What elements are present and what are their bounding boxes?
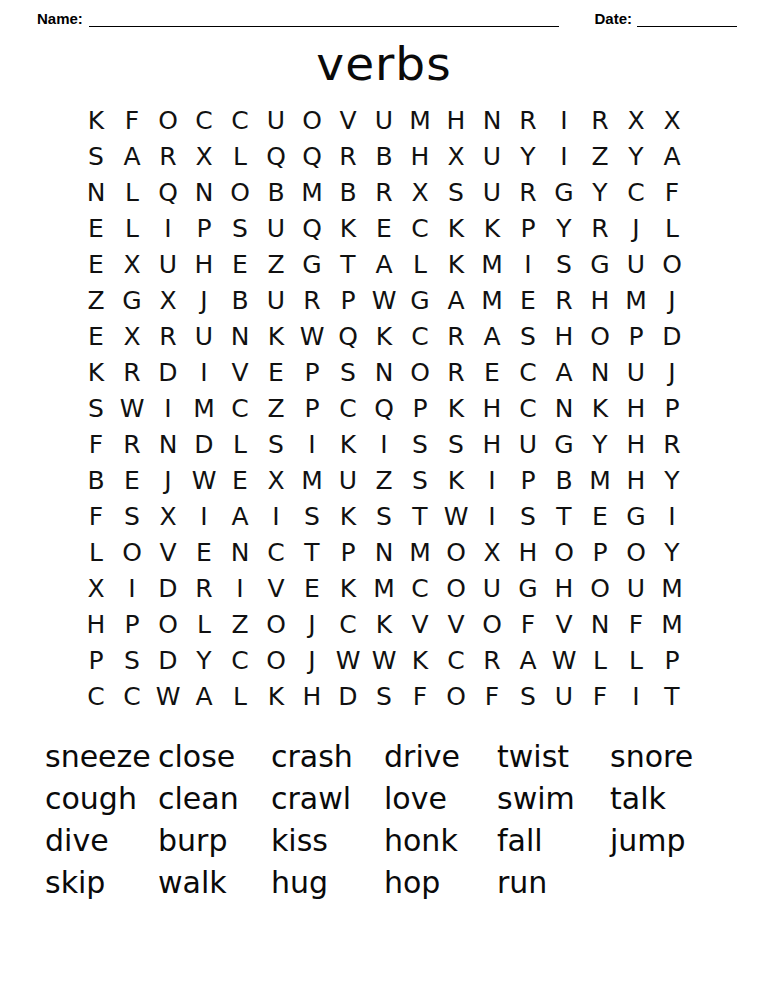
grid-cell-r1c13[interactable]: R bbox=[510, 103, 546, 139]
grid-cell-r15c7[interactable]: J bbox=[294, 607, 330, 643]
grid-cell-r5c1[interactable]: E bbox=[78, 247, 114, 283]
grid-cell-r11c9[interactable]: Z bbox=[366, 463, 402, 499]
grid-cell-r11c1[interactable]: B bbox=[78, 463, 114, 499]
word-item-kiss[interactable]: kiss bbox=[271, 820, 384, 862]
grid-cell-r3c11[interactable]: S bbox=[438, 175, 474, 211]
grid-cell-r3c9[interactable]: R bbox=[366, 175, 402, 211]
grid-cell-r12c4[interactable]: I bbox=[186, 499, 222, 535]
grid-cell-r17c2[interactable]: C bbox=[114, 679, 150, 715]
grid-cell-r15c10[interactable]: V bbox=[402, 607, 438, 643]
grid-cell-r10c11[interactable]: S bbox=[438, 427, 474, 463]
word-item-skip[interactable]: skip bbox=[45, 862, 158, 904]
grid-cell-r8c6[interactable]: E bbox=[258, 355, 294, 391]
grid-cell-r9c4[interactable]: M bbox=[186, 391, 222, 427]
grid-cell-r13c5[interactable]: N bbox=[222, 535, 258, 571]
grid-cell-r6c6[interactable]: U bbox=[258, 283, 294, 319]
word-item-twist[interactable]: twist bbox=[497, 736, 610, 778]
grid-cell-r17c5[interactable]: L bbox=[222, 679, 258, 715]
grid-cell-r10c6[interactable]: S bbox=[258, 427, 294, 463]
grid-cell-r12c8[interactable]: K bbox=[330, 499, 366, 535]
grid-cell-r14c3[interactable]: D bbox=[150, 571, 186, 607]
grid-cell-r16c9[interactable]: W bbox=[366, 643, 402, 679]
grid-cell-r6c16[interactable]: M bbox=[618, 283, 654, 319]
word-item-clean[interactable]: clean bbox=[158, 778, 271, 820]
grid-cell-r8c14[interactable]: A bbox=[546, 355, 582, 391]
grid-cell-r1c1[interactable]: K bbox=[78, 103, 114, 139]
grid-cell-r15c5[interactable]: Z bbox=[222, 607, 258, 643]
grid-cell-r13c4[interactable]: E bbox=[186, 535, 222, 571]
grid-cell-r15c16[interactable]: F bbox=[618, 607, 654, 643]
grid-cell-r4c11[interactable]: K bbox=[438, 211, 474, 247]
grid-cell-r7c11[interactable]: R bbox=[438, 319, 474, 355]
grid-cell-r17c11[interactable]: O bbox=[438, 679, 474, 715]
grid-cell-r12c12[interactable]: I bbox=[474, 499, 510, 535]
grid-cell-r8c4[interactable]: I bbox=[186, 355, 222, 391]
grid-cell-r1c11[interactable]: H bbox=[438, 103, 474, 139]
grid-cell-r6c13[interactable]: E bbox=[510, 283, 546, 319]
grid-cell-r12c9[interactable]: S bbox=[366, 499, 402, 535]
grid-cell-r16c11[interactable]: C bbox=[438, 643, 474, 679]
grid-cell-r2c11[interactable]: X bbox=[438, 139, 474, 175]
grid-cell-r5c14[interactable]: S bbox=[546, 247, 582, 283]
grid-cell-r17c15[interactable]: F bbox=[582, 679, 618, 715]
grid-cell-r14c2[interactable]: I bbox=[114, 571, 150, 607]
grid-cell-r8c17[interactable]: J bbox=[654, 355, 690, 391]
grid-cell-r15c6[interactable]: O bbox=[258, 607, 294, 643]
grid-cell-r6c9[interactable]: W bbox=[366, 283, 402, 319]
grid-cell-r16c6[interactable]: O bbox=[258, 643, 294, 679]
grid-cell-r13c13[interactable]: H bbox=[510, 535, 546, 571]
grid-cell-r17c12[interactable]: F bbox=[474, 679, 510, 715]
word-item-hug[interactable]: hug bbox=[271, 862, 384, 904]
grid-cell-r10c16[interactable]: H bbox=[618, 427, 654, 463]
grid-cell-r14c12[interactable]: U bbox=[474, 571, 510, 607]
grid-cell-r2c12[interactable]: U bbox=[474, 139, 510, 175]
grid-cell-r15c13[interactable]: F bbox=[510, 607, 546, 643]
grid-cell-r14c14[interactable]: H bbox=[546, 571, 582, 607]
grid-cell-r9c3[interactable]: I bbox=[150, 391, 186, 427]
grid-cell-r5c17[interactable]: O bbox=[654, 247, 690, 283]
grid-cell-r5c10[interactable]: L bbox=[402, 247, 438, 283]
word-item-crawl[interactable]: crawl bbox=[271, 778, 384, 820]
grid-cell-r16c2[interactable]: S bbox=[114, 643, 150, 679]
grid-cell-r7c3[interactable]: R bbox=[150, 319, 186, 355]
grid-cell-r4c2[interactable]: L bbox=[114, 211, 150, 247]
grid-cell-r14c11[interactable]: O bbox=[438, 571, 474, 607]
grid-cell-r9c5[interactable]: C bbox=[222, 391, 258, 427]
grid-cell-r1c14[interactable]: I bbox=[546, 103, 582, 139]
grid-cell-r4c1[interactable]: E bbox=[78, 211, 114, 247]
grid-cell-r13c8[interactable]: P bbox=[330, 535, 366, 571]
grid-cell-r1c12[interactable]: N bbox=[474, 103, 510, 139]
grid-cell-r9c2[interactable]: W bbox=[114, 391, 150, 427]
grid-cell-r6c1[interactable]: Z bbox=[78, 283, 114, 319]
grid-cell-r11c7[interactable]: M bbox=[294, 463, 330, 499]
grid-cell-r10c12[interactable]: H bbox=[474, 427, 510, 463]
grid-cell-r9c11[interactable]: K bbox=[438, 391, 474, 427]
grid-cell-r2c14[interactable]: I bbox=[546, 139, 582, 175]
grid-cell-r14c16[interactable]: U bbox=[618, 571, 654, 607]
grid-cell-r11c11[interactable]: K bbox=[438, 463, 474, 499]
grid-cell-r9c1[interactable]: S bbox=[78, 391, 114, 427]
grid-cell-r13c16[interactable]: O bbox=[618, 535, 654, 571]
word-item-walk[interactable]: walk bbox=[158, 862, 271, 904]
grid-cell-r16c1[interactable]: P bbox=[78, 643, 114, 679]
grid-cell-r1c5[interactable]: C bbox=[222, 103, 258, 139]
grid-cell-r6c17[interactable]: J bbox=[654, 283, 690, 319]
grid-cell-r12c14[interactable]: T bbox=[546, 499, 582, 535]
grid-cell-r3c5[interactable]: O bbox=[222, 175, 258, 211]
grid-cell-r7c17[interactable]: D bbox=[654, 319, 690, 355]
grid-cell-r12c7[interactable]: S bbox=[294, 499, 330, 535]
grid-cell-r13c11[interactable]: O bbox=[438, 535, 474, 571]
grid-cell-r8c16[interactable]: U bbox=[618, 355, 654, 391]
word-item-cough[interactable]: cough bbox=[45, 778, 158, 820]
grid-cell-r17c17[interactable]: T bbox=[654, 679, 690, 715]
grid-cell-r6c3[interactable]: X bbox=[150, 283, 186, 319]
word-item-love[interactable]: love bbox=[384, 778, 497, 820]
word-item-talk[interactable]: talk bbox=[610, 778, 723, 820]
grid-cell-r17c16[interactable]: I bbox=[618, 679, 654, 715]
grid-cell-r10c15[interactable]: Y bbox=[582, 427, 618, 463]
grid-cell-r12c13[interactable]: S bbox=[510, 499, 546, 535]
grid-cell-r3c16[interactable]: C bbox=[618, 175, 654, 211]
grid-cell-r9c9[interactable]: Q bbox=[366, 391, 402, 427]
grid-cell-r16c16[interactable]: L bbox=[618, 643, 654, 679]
grid-cell-r3c1[interactable]: N bbox=[78, 175, 114, 211]
grid-cell-r4c15[interactable]: R bbox=[582, 211, 618, 247]
word-item-snore[interactable]: snore bbox=[610, 736, 723, 778]
grid-cell-r13c12[interactable]: X bbox=[474, 535, 510, 571]
grid-cell-r10c1[interactable]: F bbox=[78, 427, 114, 463]
word-item-fall[interactable]: fall bbox=[497, 820, 610, 862]
grid-cell-r6c15[interactable]: H bbox=[582, 283, 618, 319]
grid-cell-r11c6[interactable]: X bbox=[258, 463, 294, 499]
grid-cell-r15c17[interactable]: M bbox=[654, 607, 690, 643]
word-item-drive[interactable]: drive bbox=[384, 736, 497, 778]
grid-cell-r11c15[interactable]: M bbox=[582, 463, 618, 499]
grid-cell-r13c2[interactable]: O bbox=[114, 535, 150, 571]
grid-cell-r5c6[interactable]: Z bbox=[258, 247, 294, 283]
grid-cell-r14c5[interactable]: I bbox=[222, 571, 258, 607]
grid-cell-r6c14[interactable]: R bbox=[546, 283, 582, 319]
grid-cell-r14c13[interactable]: G bbox=[510, 571, 546, 607]
grid-cell-r12c16[interactable]: G bbox=[618, 499, 654, 535]
grid-cell-r15c11[interactable]: V bbox=[438, 607, 474, 643]
grid-cell-r7c7[interactable]: W bbox=[294, 319, 330, 355]
grid-cell-r9c8[interactable]: C bbox=[330, 391, 366, 427]
grid-cell-r4c16[interactable]: J bbox=[618, 211, 654, 247]
grid-cell-r16c8[interactable]: W bbox=[330, 643, 366, 679]
grid-cell-r8c11[interactable]: R bbox=[438, 355, 474, 391]
grid-cell-r13c10[interactable]: M bbox=[402, 535, 438, 571]
grid-cell-r16c3[interactable]: D bbox=[150, 643, 186, 679]
grid-cell-r11c14[interactable]: B bbox=[546, 463, 582, 499]
grid-cell-r2c16[interactable]: Y bbox=[618, 139, 654, 175]
word-item-swim[interactable]: swim bbox=[497, 778, 610, 820]
grid-cell-r4c14[interactable]: Y bbox=[546, 211, 582, 247]
grid-cell-r15c12[interactable]: O bbox=[474, 607, 510, 643]
word-item-run[interactable]: run bbox=[497, 862, 610, 904]
grid-cell-r9c7[interactable]: P bbox=[294, 391, 330, 427]
grid-cell-r8c13[interactable]: C bbox=[510, 355, 546, 391]
grid-cell-r4c13[interactable]: P bbox=[510, 211, 546, 247]
grid-cell-r5c2[interactable]: X bbox=[114, 247, 150, 283]
grid-cell-r6c8[interactable]: P bbox=[330, 283, 366, 319]
grid-cell-r8c9[interactable]: N bbox=[366, 355, 402, 391]
grid-cell-r13c17[interactable]: Y bbox=[654, 535, 690, 571]
grid-cell-r4c4[interactable]: P bbox=[186, 211, 222, 247]
grid-cell-r14c9[interactable]: M bbox=[366, 571, 402, 607]
grid-cell-r14c6[interactable]: V bbox=[258, 571, 294, 607]
grid-cell-r7c13[interactable]: S bbox=[510, 319, 546, 355]
grid-cell-r3c13[interactable]: R bbox=[510, 175, 546, 211]
grid-cell-r4c3[interactable]: I bbox=[150, 211, 186, 247]
grid-cell-r7c12[interactable]: A bbox=[474, 319, 510, 355]
grid-cell-r9c17[interactable]: P bbox=[654, 391, 690, 427]
grid-cell-r2c1[interactable]: S bbox=[78, 139, 114, 175]
grid-cell-r13c6[interactable]: C bbox=[258, 535, 294, 571]
grid-cell-r11c17[interactable]: Y bbox=[654, 463, 690, 499]
grid-cell-r17c1[interactable]: C bbox=[78, 679, 114, 715]
grid-cell-r4c8[interactable]: K bbox=[330, 211, 366, 247]
grid-cell-r9c15[interactable]: K bbox=[582, 391, 618, 427]
grid-cell-r5c16[interactable]: U bbox=[618, 247, 654, 283]
grid-cell-r3c17[interactable]: F bbox=[654, 175, 690, 211]
grid-cell-r11c4[interactable]: W bbox=[186, 463, 222, 499]
grid-cell-r3c10[interactable]: X bbox=[402, 175, 438, 211]
grid-cell-r10c9[interactable]: I bbox=[366, 427, 402, 463]
grid-cell-r10c17[interactable]: R bbox=[654, 427, 690, 463]
grid-cell-r12c17[interactable]: I bbox=[654, 499, 690, 535]
grid-cell-r1c3[interactable]: O bbox=[150, 103, 186, 139]
grid-cell-r13c15[interactable]: P bbox=[582, 535, 618, 571]
grid-cell-r14c10[interactable]: C bbox=[402, 571, 438, 607]
grid-cell-r12c2[interactable]: S bbox=[114, 499, 150, 535]
grid-cell-r16c4[interactable]: Y bbox=[186, 643, 222, 679]
grid-cell-r1c9[interactable]: U bbox=[366, 103, 402, 139]
grid-cell-r10c5[interactable]: L bbox=[222, 427, 258, 463]
grid-cell-r7c14[interactable]: H bbox=[546, 319, 582, 355]
grid-cell-r14c8[interactable]: K bbox=[330, 571, 366, 607]
grid-cell-r3c8[interactable]: B bbox=[330, 175, 366, 211]
grid-cell-r16c15[interactable]: L bbox=[582, 643, 618, 679]
word-item-crash[interactable]: crash bbox=[271, 736, 384, 778]
grid-cell-r4c6[interactable]: U bbox=[258, 211, 294, 247]
grid-cell-r16c12[interactable]: R bbox=[474, 643, 510, 679]
grid-cell-r4c9[interactable]: E bbox=[366, 211, 402, 247]
word-item-close[interactable]: close bbox=[158, 736, 271, 778]
grid-cell-r2c7[interactable]: Q bbox=[294, 139, 330, 175]
grid-cell-r17c3[interactable]: W bbox=[150, 679, 186, 715]
grid-cell-r12c1[interactable]: F bbox=[78, 499, 114, 535]
grid-cell-r4c10[interactable]: C bbox=[402, 211, 438, 247]
grid-cell-r4c17[interactable]: L bbox=[654, 211, 690, 247]
grid-cell-r9c13[interactable]: C bbox=[510, 391, 546, 427]
grid-cell-r6c11[interactable]: A bbox=[438, 283, 474, 319]
grid-cell-r11c3[interactable]: J bbox=[150, 463, 186, 499]
grid-cell-r2c9[interactable]: B bbox=[366, 139, 402, 175]
grid-cell-r3c4[interactable]: N bbox=[186, 175, 222, 211]
grid-cell-r6c7[interactable]: R bbox=[294, 283, 330, 319]
grid-cell-r1c7[interactable]: O bbox=[294, 103, 330, 139]
grid-cell-r4c12[interactable]: K bbox=[474, 211, 510, 247]
word-item-burp[interactable]: burp bbox=[158, 820, 271, 862]
grid-cell-r8c15[interactable]: N bbox=[582, 355, 618, 391]
grid-cell-r9c14[interactable]: N bbox=[546, 391, 582, 427]
grid-cell-r7c6[interactable]: K bbox=[258, 319, 294, 355]
grid-cell-r17c8[interactable]: D bbox=[330, 679, 366, 715]
grid-cell-r8c2[interactable]: R bbox=[114, 355, 150, 391]
grid-cell-r4c7[interactable]: Q bbox=[294, 211, 330, 247]
grid-cell-r5c11[interactable]: K bbox=[438, 247, 474, 283]
grid-cell-r11c5[interactable]: E bbox=[222, 463, 258, 499]
grid-cell-r8c8[interactable]: S bbox=[330, 355, 366, 391]
grid-cell-r14c7[interactable]: E bbox=[294, 571, 330, 607]
grid-cell-r15c8[interactable]: C bbox=[330, 607, 366, 643]
grid-cell-r16c5[interactable]: C bbox=[222, 643, 258, 679]
grid-cell-r1c17[interactable]: X bbox=[654, 103, 690, 139]
grid-cell-r13c1[interactable]: L bbox=[78, 535, 114, 571]
grid-cell-r3c14[interactable]: G bbox=[546, 175, 582, 211]
grid-cell-r8c1[interactable]: K bbox=[78, 355, 114, 391]
grid-cell-r5c3[interactable]: U bbox=[150, 247, 186, 283]
grid-cell-r17c13[interactable]: S bbox=[510, 679, 546, 715]
grid-cell-r7c16[interactable]: P bbox=[618, 319, 654, 355]
grid-cell-r16c10[interactable]: K bbox=[402, 643, 438, 679]
word-item-honk[interactable]: honk bbox=[384, 820, 497, 862]
grid-cell-r11c2[interactable]: E bbox=[114, 463, 150, 499]
grid-cell-r7c4[interactable]: U bbox=[186, 319, 222, 355]
grid-cell-r3c7[interactable]: M bbox=[294, 175, 330, 211]
grid-cell-r12c6[interactable]: I bbox=[258, 499, 294, 535]
grid-cell-r2c2[interactable]: A bbox=[114, 139, 150, 175]
grid-cell-r6c4[interactable]: J bbox=[186, 283, 222, 319]
grid-cell-r15c1[interactable]: H bbox=[78, 607, 114, 643]
grid-cell-r11c16[interactable]: H bbox=[618, 463, 654, 499]
grid-cell-r10c4[interactable]: D bbox=[186, 427, 222, 463]
grid-cell-r12c3[interactable]: X bbox=[150, 499, 186, 535]
grid-cell-r4c5[interactable]: S bbox=[222, 211, 258, 247]
grid-cell-r3c12[interactable]: U bbox=[474, 175, 510, 211]
grid-cell-r17c10[interactable]: F bbox=[402, 679, 438, 715]
word-item-hop[interactable]: hop bbox=[384, 862, 497, 904]
grid-cell-r12c15[interactable]: E bbox=[582, 499, 618, 535]
grid-cell-r12c10[interactable]: T bbox=[402, 499, 438, 535]
grid-cell-r15c15[interactable]: N bbox=[582, 607, 618, 643]
grid-cell-r5c12[interactable]: M bbox=[474, 247, 510, 283]
grid-cell-r15c2[interactable]: P bbox=[114, 607, 150, 643]
grid-cell-r7c1[interactable]: E bbox=[78, 319, 114, 355]
grid-cell-r2c13[interactable]: Y bbox=[510, 139, 546, 175]
grid-cell-r5c13[interactable]: I bbox=[510, 247, 546, 283]
grid-cell-r5c5[interactable]: E bbox=[222, 247, 258, 283]
grid-cell-r8c7[interactable]: P bbox=[294, 355, 330, 391]
grid-cell-r11c8[interactable]: U bbox=[330, 463, 366, 499]
grid-cell-r8c3[interactable]: D bbox=[150, 355, 186, 391]
grid-cell-r1c16[interactable]: X bbox=[618, 103, 654, 139]
grid-cell-r13c3[interactable]: V bbox=[150, 535, 186, 571]
grid-cell-r6c5[interactable]: B bbox=[222, 283, 258, 319]
grid-cell-r10c14[interactable]: G bbox=[546, 427, 582, 463]
grid-cell-r13c14[interactable]: O bbox=[546, 535, 582, 571]
grid-cell-r8c10[interactable]: O bbox=[402, 355, 438, 391]
grid-cell-r10c13[interactable]: U bbox=[510, 427, 546, 463]
grid-cell-r14c1[interactable]: X bbox=[78, 571, 114, 607]
word-item-sneeze[interactable]: sneeze bbox=[45, 736, 158, 778]
grid-cell-r14c15[interactable]: O bbox=[582, 571, 618, 607]
grid-cell-r11c13[interactable]: P bbox=[510, 463, 546, 499]
grid-cell-r8c5[interactable]: V bbox=[222, 355, 258, 391]
grid-cell-r15c14[interactable]: V bbox=[546, 607, 582, 643]
word-item-dive[interactable]: dive bbox=[45, 820, 158, 862]
grid-cell-r3c6[interactable]: B bbox=[258, 175, 294, 211]
grid-cell-r16c17[interactable]: P bbox=[654, 643, 690, 679]
grid-cell-r1c15[interactable]: R bbox=[582, 103, 618, 139]
grid-cell-r2c6[interactable]: Q bbox=[258, 139, 294, 175]
grid-cell-r14c4[interactable]: R bbox=[186, 571, 222, 607]
grid-cell-r11c12[interactable]: I bbox=[474, 463, 510, 499]
grid-cell-r1c4[interactable]: C bbox=[186, 103, 222, 139]
grid-cell-r5c4[interactable]: H bbox=[186, 247, 222, 283]
word-item-jump[interactable]: jump bbox=[610, 820, 723, 862]
grid-cell-r2c3[interactable]: R bbox=[150, 139, 186, 175]
grid-cell-r5c9[interactable]: A bbox=[366, 247, 402, 283]
grid-cell-r2c10[interactable]: H bbox=[402, 139, 438, 175]
grid-cell-r10c2[interactable]: R bbox=[114, 427, 150, 463]
grid-cell-r17c7[interactable]: H bbox=[294, 679, 330, 715]
grid-cell-r5c15[interactable]: G bbox=[582, 247, 618, 283]
grid-cell-r7c10[interactable]: C bbox=[402, 319, 438, 355]
grid-cell-r6c2[interactable]: G bbox=[114, 283, 150, 319]
grid-cell-r9c16[interactable]: H bbox=[618, 391, 654, 427]
grid-cell-r14c17[interactable]: M bbox=[654, 571, 690, 607]
grid-cell-r2c15[interactable]: Z bbox=[582, 139, 618, 175]
grid-cell-r1c8[interactable]: V bbox=[330, 103, 366, 139]
grid-cell-r3c15[interactable]: Y bbox=[582, 175, 618, 211]
grid-cell-r1c6[interactable]: U bbox=[258, 103, 294, 139]
grid-cell-r7c5[interactable]: N bbox=[222, 319, 258, 355]
grid-cell-r1c2[interactable]: F bbox=[114, 103, 150, 139]
grid-cell-r15c9[interactable]: K bbox=[366, 607, 402, 643]
grid-cell-r11c10[interactable]: S bbox=[402, 463, 438, 499]
grid-cell-r12c11[interactable]: W bbox=[438, 499, 474, 535]
grid-cell-r9c6[interactable]: Z bbox=[258, 391, 294, 427]
grid-cell-r1c10[interactable]: M bbox=[402, 103, 438, 139]
grid-cell-r7c15[interactable]: O bbox=[582, 319, 618, 355]
grid-cell-r13c9[interactable]: N bbox=[366, 535, 402, 571]
grid-cell-r5c7[interactable]: G bbox=[294, 247, 330, 283]
grid-cell-r9c10[interactable]: P bbox=[402, 391, 438, 427]
grid-cell-r8c12[interactable]: E bbox=[474, 355, 510, 391]
grid-cell-r9c12[interactable]: H bbox=[474, 391, 510, 427]
grid-cell-r7c8[interactable]: Q bbox=[330, 319, 366, 355]
grid-cell-r17c9[interactable]: S bbox=[366, 679, 402, 715]
grid-cell-r10c7[interactable]: I bbox=[294, 427, 330, 463]
grid-cell-r10c3[interactable]: N bbox=[150, 427, 186, 463]
grid-cell-r12c5[interactable]: A bbox=[222, 499, 258, 535]
grid-cell-r17c4[interactable]: A bbox=[186, 679, 222, 715]
grid-cell-r15c4[interactable]: L bbox=[186, 607, 222, 643]
grid-cell-r2c17[interactable]: A bbox=[654, 139, 690, 175]
grid-cell-r7c2[interactable]: X bbox=[114, 319, 150, 355]
grid-cell-r16c14[interactable]: W bbox=[546, 643, 582, 679]
grid-cell-r3c2[interactable]: L bbox=[114, 175, 150, 211]
grid-cell-r10c8[interactable]: K bbox=[330, 427, 366, 463]
grid-cell-r6c12[interactable]: M bbox=[474, 283, 510, 319]
grid-cell-r16c13[interactable]: A bbox=[510, 643, 546, 679]
grid-cell-r17c14[interactable]: U bbox=[546, 679, 582, 715]
